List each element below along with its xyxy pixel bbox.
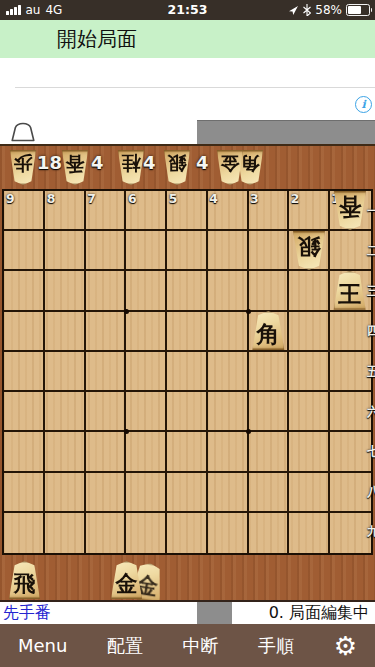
board-square[interactable] (208, 231, 249, 271)
board-square[interactable] (86, 352, 127, 392)
board-square[interactable] (45, 473, 86, 513)
board-square[interactable] (208, 432, 249, 472)
app-screen: au 4G 21:53 58% 開始局面 i 歩18香4桂4銀4金角 (0, 0, 375, 667)
board-square[interactable] (167, 513, 208, 553)
board-square[interactable] (45, 191, 86, 231)
interrupt-button[interactable]: 中断 (183, 634, 219, 658)
shogi-board: 987654321一二三四五六七八九香銀王角 (2, 189, 373, 555)
location-arrow-icon (288, 5, 299, 16)
sente-hand-stand: 飛金金 (0, 559, 375, 601)
board-square[interactable] (167, 231, 208, 271)
shogi-piece-香[interactable]: 香 (61, 150, 89, 185)
board-square[interactable] (45, 432, 86, 472)
board-square[interactable] (126, 312, 167, 352)
board-square[interactable] (86, 432, 127, 472)
board-square[interactable] (126, 352, 167, 392)
board-square[interactable] (45, 352, 86, 392)
hand-count: 4 (91, 152, 104, 173)
hand-count: 18 (37, 152, 62, 173)
piece-kanji: 歩 (14, 154, 33, 173)
board-square[interactable] (4, 392, 45, 432)
board-square[interactable] (249, 392, 290, 432)
sequence-button[interactable]: 手順 (258, 634, 294, 658)
board-square[interactable] (126, 191, 167, 231)
board-square[interactable] (249, 191, 290, 231)
board-square[interactable] (86, 312, 127, 352)
strip-gray-panel (197, 602, 232, 624)
piece-kanji: 香 (338, 195, 361, 218)
piece-kanji: 銀 (298, 235, 321, 258)
bottom-toolbar: Menu 配置 中断 手順 ⚙ (0, 624, 375, 667)
board-square[interactable] (249, 231, 290, 271)
board-square[interactable] (45, 271, 86, 311)
battery-icon (346, 4, 370, 16)
board-square[interactable] (208, 271, 249, 311)
status-bar: au 4G 21:53 58% (0, 0, 375, 20)
board-square[interactable] (167, 352, 208, 392)
board-square[interactable] (4, 312, 45, 352)
board-square[interactable] (4, 191, 45, 231)
board-square[interactable] (45, 392, 86, 432)
board-square[interactable] (45, 312, 86, 352)
board-square[interactable] (208, 352, 249, 392)
board-area: 歩18香4桂4銀4金角 987654321一二三四五六七八九香銀王角 飛金金 (0, 144, 375, 602)
board-square[interactable] (249, 271, 290, 311)
board-square[interactable] (208, 473, 249, 513)
shogi-piece-歩[interactable]: 歩 (9, 150, 37, 185)
board-square[interactable] (330, 513, 371, 553)
board-square[interactable] (126, 271, 167, 311)
board-square[interactable] (289, 432, 330, 472)
board-square[interactable] (289, 513, 330, 553)
board-square[interactable] (86, 513, 127, 553)
board-square[interactable] (4, 352, 45, 392)
board-square[interactable] (289, 392, 330, 432)
board-square[interactable] (208, 191, 249, 231)
piece-kanji: 角 (241, 154, 260, 173)
divider (15, 87, 375, 88)
status-strip: 先手番 0. 局面編集中 (0, 600, 375, 624)
shogi-piece-銀[interactable]: 銀 (163, 150, 191, 185)
board-square[interactable] (249, 352, 290, 392)
piece-kanji: 桂 (122, 154, 141, 173)
board-square[interactable] (330, 231, 371, 271)
board-square[interactable] (167, 473, 208, 513)
board-square[interactable] (126, 432, 167, 472)
board-square[interactable] (45, 231, 86, 271)
piece-outline-icon[interactable] (8, 122, 38, 142)
bluetooth-icon (303, 4, 311, 16)
board-square[interactable] (167, 392, 208, 432)
hand-count: 4 (143, 152, 156, 173)
board-square[interactable] (4, 432, 45, 472)
board-square[interactable] (126, 392, 167, 432)
board-square[interactable] (289, 271, 330, 311)
board-square[interactable] (330, 432, 371, 472)
edit-status-label: 0. 局面編集中 (269, 602, 369, 624)
board-square[interactable] (167, 191, 208, 231)
info-icon[interactable]: i (355, 96, 372, 113)
board-square[interactable] (86, 271, 127, 311)
gote-hand-stand: 歩18香4桂4銀4金角 (0, 148, 375, 186)
board-square[interactable] (167, 271, 208, 311)
board-square[interactable] (126, 473, 167, 513)
board-square[interactable] (4, 271, 45, 311)
hand-count: 4 (196, 152, 209, 173)
battery-percent-label: 58% (315, 3, 342, 17)
piece-kanji: 金 (116, 573, 138, 595)
board-square[interactable] (330, 352, 371, 392)
board-square[interactable] (4, 473, 45, 513)
board-square[interactable] (167, 312, 208, 352)
board-square[interactable] (4, 513, 45, 553)
board-square[interactable] (86, 392, 127, 432)
board-square[interactable] (249, 513, 290, 553)
piece-kanji: 王 (338, 283, 361, 306)
board-square[interactable] (289, 352, 330, 392)
piece-kanji: 飛 (14, 573, 36, 595)
gear-icon[interactable]: ⚙ (334, 633, 357, 659)
board-square[interactable] (330, 392, 371, 432)
board-square[interactable] (208, 513, 249, 553)
board-square[interactable] (86, 231, 127, 271)
shogi-piece-金[interactable]: 金 (110, 561, 143, 599)
star-point (246, 429, 251, 434)
board-square[interactable] (289, 312, 330, 352)
shogi-piece-金[interactable]: 金 (216, 150, 244, 185)
player-bar-gray-panel (197, 120, 375, 144)
board-square[interactable] (249, 473, 290, 513)
board-square[interactable] (330, 312, 371, 352)
board-square[interactable] (126, 231, 167, 271)
board-square[interactable] (249, 432, 290, 472)
board-square[interactable] (289, 191, 330, 231)
piece-kanji: 金 (221, 154, 240, 173)
board-square[interactable] (208, 392, 249, 432)
board-square[interactable] (86, 191, 127, 231)
board-square[interactable] (45, 513, 86, 553)
turn-indicator: 先手番 (3, 602, 51, 624)
piece-kanji: 角 (257, 323, 280, 346)
board-square[interactable] (330, 473, 371, 513)
player-bar (0, 120, 375, 144)
star-point (124, 429, 129, 434)
title-banner: 開始局面 (0, 20, 375, 58)
shogi-piece-飛[interactable]: 飛 (8, 561, 41, 599)
menu-button[interactable]: Menu (18, 635, 67, 656)
info-section: i (0, 58, 375, 120)
piece-kanji: 香 (66, 154, 85, 173)
board-square[interactable] (167, 432, 208, 472)
shogi-piece-桂[interactable]: 桂 (117, 150, 145, 185)
board-square[interactable] (86, 473, 127, 513)
placement-button[interactable]: 配置 (107, 634, 143, 658)
board-square[interactable] (4, 231, 45, 271)
page-title: 開始局面 (57, 20, 137, 58)
board-square[interactable] (289, 473, 330, 513)
board-square[interactable] (126, 513, 167, 553)
star-point (246, 309, 251, 314)
board-square[interactable] (208, 312, 249, 352)
piece-kanji: 銀 (168, 154, 187, 173)
star-point (124, 309, 129, 314)
